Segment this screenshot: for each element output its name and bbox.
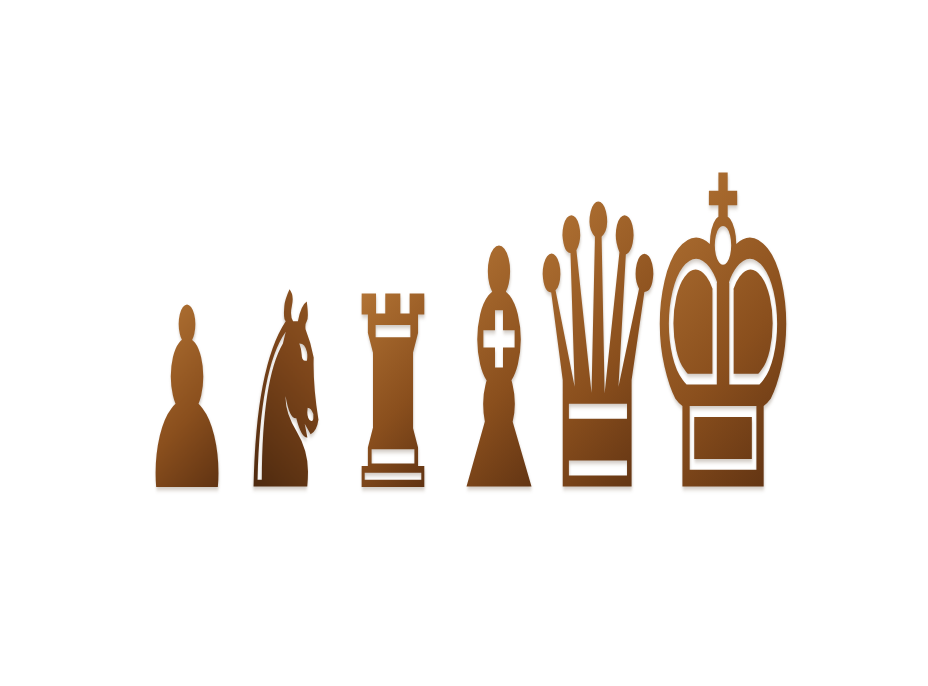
knight-piece: ♞ [235, 259, 337, 529]
rook-piece: ♜ [343, 263, 443, 528]
chess-piece-lineup: ♟ ♞ ♜ ♝ ♛ ♚ [0, 0, 928, 686]
pawn-piece: ♟ [140, 276, 234, 526]
king-piece: ♚ [642, 123, 804, 553]
